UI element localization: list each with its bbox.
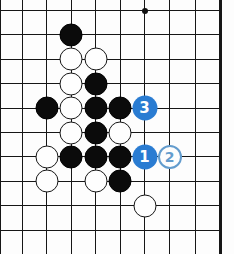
move-stone-3: 3 (132, 96, 157, 121)
black-stone (84, 97, 107, 120)
grid-line-horizontal (0, 230, 222, 231)
black-stone (84, 145, 107, 168)
white-stone (109, 121, 132, 144)
black-stone (84, 121, 107, 144)
black-stone (109, 145, 132, 168)
black-stone (84, 72, 107, 95)
white-stone (133, 194, 156, 217)
black-stone (35, 97, 58, 120)
grid-line-vertical (169, 0, 170, 254)
star-point (142, 8, 148, 14)
grid-line-horizontal (0, 10, 222, 11)
black-stone (109, 97, 132, 120)
grid-line-horizontal (0, 83, 222, 84)
move-stone-2: 2 (158, 145, 182, 169)
grid-line-horizontal (0, 34, 222, 35)
white-stone (60, 97, 83, 120)
white-stone (84, 48, 107, 71)
grid-line-vertical (46, 0, 47, 254)
go-board[interactable]: 312 (0, 0, 234, 254)
black-stone (60, 23, 83, 46)
move-stone-1: 1 (132, 144, 157, 169)
grid-line-vertical (195, 0, 196, 254)
white-stone (84, 170, 107, 193)
black-stone (60, 145, 83, 168)
white-stone (60, 121, 83, 144)
white-stone (35, 170, 58, 193)
white-stone (60, 48, 83, 71)
grid-line-horizontal (0, 205, 222, 206)
white-stone (60, 72, 83, 95)
grid-line-vertical (0, 0, 1, 254)
grid-line-vertical (22, 0, 23, 254)
black-stone (109, 170, 132, 193)
grid-line-horizontal (0, 59, 222, 60)
white-stone (35, 145, 58, 168)
board-edge-line (219, 0, 222, 254)
